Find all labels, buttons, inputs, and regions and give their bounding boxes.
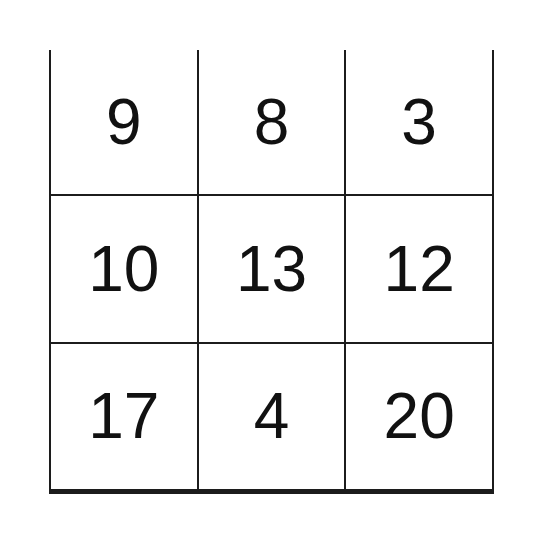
bingo-board: 9 8 3 10 13 12 17 4 20 — [49, 50, 494, 494]
cell-r1c1[interactable]: 9 — [51, 49, 197, 194]
cell-r1c2[interactable]: 8 — [199, 49, 345, 194]
cell-r2c3[interactable]: 12 — [346, 196, 492, 341]
cell-r3c1[interactable]: 17 — [51, 344, 197, 489]
cell-r1c3[interactable]: 3 — [346, 49, 492, 194]
cell-r2c1[interactable]: 10 — [51, 196, 197, 341]
cell-r2c2[interactable]: 13 — [199, 196, 345, 341]
cell-r3c2[interactable]: 4 — [199, 344, 345, 489]
cell-r3c3[interactable]: 20 — [346, 344, 492, 489]
